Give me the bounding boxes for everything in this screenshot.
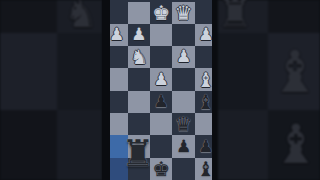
square-d6[interactable]: ♛	[172, 113, 194, 135]
piece-white-pawn-c2[interactable]: ♟	[198, 26, 212, 43]
square-f2[interactable]: ♟	[128, 24, 150, 46]
square-e5[interactable]: ♟	[150, 91, 172, 113]
square-d3[interactable]: ♟	[172, 46, 194, 68]
square-c2[interactable]: ♟	[195, 24, 212, 46]
blurred-background-left: ♞	[0, 0, 102, 180]
piece-black-pawn-e5[interactable]: ♟	[154, 93, 169, 110]
background-square	[268, 0, 320, 33]
background-square	[0, 33, 57, 110]
square-f3[interactable]: ♞	[128, 46, 150, 68]
square-c3[interactable]	[195, 46, 212, 68]
background-square	[218, 110, 268, 180]
square-g1[interactable]	[110, 2, 128, 24]
square-f5[interactable]	[128, 91, 150, 113]
piece-white-knight-f3[interactable]: ♞	[130, 47, 148, 67]
square-d4[interactable]	[172, 68, 194, 90]
piece-white-pawn-g2[interactable]: ♟	[110, 26, 124, 43]
background-square	[57, 33, 102, 110]
square-f4[interactable]	[128, 68, 150, 90]
square-c6[interactable]	[195, 113, 212, 135]
square-g4[interactable]	[110, 68, 128, 90]
square-d5[interactable]	[172, 91, 194, 113]
blurred-black-bishop-1-icon: ♝	[269, 43, 320, 101]
square-d7[interactable]: ♟	[172, 135, 194, 157]
piece-black-king-e8[interactable]: ♚	[152, 158, 170, 178]
video-frame: ♞ ♚♛♟♟♟♞♟♟♝♟♝♛♟♟♚♝ ♜ ♜♝♝	[0, 0, 320, 180]
blurred-black-knight-icon: ♞	[64, 0, 98, 33]
strip-edge-left	[102, 0, 110, 180]
background-square	[57, 110, 102, 180]
blurred-black-bishop-2-icon: ♝	[272, 118, 320, 172]
square-e1[interactable]: ♚	[150, 2, 172, 24]
background-square	[0, 0, 57, 33]
piece-white-pawn-e4[interactable]: ♟	[154, 71, 169, 88]
background-square	[218, 33, 268, 110]
square-f1[interactable]	[128, 2, 150, 24]
piece-white-pawn-f2[interactable]: ♟	[131, 26, 146, 43]
blurred-black-rook-icon: ♜	[217, 0, 253, 33]
square-d2[interactable]	[172, 24, 194, 46]
piece-white-bishop-c4[interactable]: ♝	[197, 69, 212, 89]
blurred-background-right: ♜♝♝	[218, 0, 320, 180]
chess-board-strip: ♚♛♟♟♟♞♟♟♝♟♝♛♟♟♚♝ ♜	[110, 0, 212, 180]
background-square	[0, 110, 57, 180]
piece-white-king-e1[interactable]: ♚	[152, 2, 170, 22]
piece-black-bishop-c5[interactable]: ♝	[197, 92, 212, 112]
square-g5[interactable]	[110, 91, 128, 113]
square-c4[interactable]: ♝	[195, 68, 212, 90]
piece-black-bishop-c8[interactable]: ♝	[197, 158, 212, 178]
piece-black-pawn-c7[interactable]: ♟	[198, 138, 212, 155]
piece-white-pawn-d3[interactable]: ♟	[176, 48, 191, 65]
dragged-black-rook-piece[interactable]: ♜	[121, 135, 154, 172]
square-e3[interactable]	[150, 46, 172, 68]
piece-white-queen-d1[interactable]: ♛	[175, 2, 193, 22]
square-d8[interactable]	[172, 158, 194, 180]
square-g2[interactable]: ♟	[110, 24, 128, 46]
square-d1[interactable]: ♛	[172, 2, 194, 24]
square-c8[interactable]: ♝	[195, 158, 212, 180]
square-e4[interactable]: ♟	[150, 68, 172, 90]
piece-black-queen-d6[interactable]: ♛	[175, 114, 193, 134]
square-c7[interactable]: ♟	[195, 135, 212, 157]
square-c1[interactable]	[195, 2, 212, 24]
piece-black-pawn-d7[interactable]: ♟	[176, 138, 191, 155]
square-e2[interactable]	[150, 24, 172, 46]
square-c5[interactable]: ♝	[195, 91, 212, 113]
square-g3[interactable]	[110, 46, 128, 68]
